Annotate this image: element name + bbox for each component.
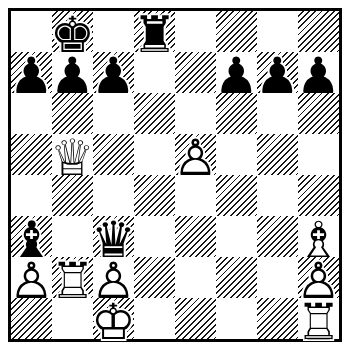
square-e4[interactable] (175, 175, 216, 216)
square-g2[interactable] (257, 257, 298, 298)
square-h1[interactable]: ♜♖ (298, 298, 339, 339)
square-a6[interactable] (11, 93, 52, 134)
square-a7[interactable]: ♟ (11, 52, 52, 93)
square-h5[interactable] (298, 134, 339, 175)
square-e6[interactable] (175, 93, 216, 134)
piece-fill-glyph: ♚ (91, 293, 136, 350)
white-rook-icon: ♜♖ (296, 297, 341, 347)
square-g5[interactable] (257, 134, 298, 175)
square-e8[interactable] (175, 11, 216, 52)
square-b3[interactable] (52, 216, 93, 257)
square-a1[interactable] (11, 298, 52, 339)
square-c2[interactable]: ♟♙ (93, 257, 134, 298)
square-c6[interactable] (93, 93, 134, 134)
square-e1[interactable] (175, 298, 216, 339)
square-c5[interactable] (93, 134, 134, 175)
square-c8[interactable] (93, 11, 134, 52)
chess-diagram: ♚♜♟♟♟♟♟♟♛♕♟♙♝♛♝♗♟♙♜♖♟♙♟♙♚♔♜♖ (0, 0, 350, 350)
chess-board: ♚♜♟♟♟♟♟♟♛♕♟♙♝♛♝♗♟♙♜♖♟♙♟♙♚♔♜♖ (8, 8, 342, 342)
square-d3[interactable] (134, 216, 175, 257)
square-b6[interactable] (52, 93, 93, 134)
square-h2[interactable]: ♟♙ (298, 257, 339, 298)
square-c7[interactable]: ♟ (93, 52, 134, 93)
square-d4[interactable] (134, 175, 175, 216)
square-c3[interactable]: ♛ (93, 216, 134, 257)
square-d8[interactable]: ♜ (134, 11, 175, 52)
square-g4[interactable] (257, 175, 298, 216)
square-d1[interactable] (134, 298, 175, 339)
square-b8[interactable]: ♚ (52, 11, 93, 52)
piece-fill-glyph: ♜ (296, 293, 341, 350)
square-f8[interactable] (216, 11, 257, 52)
square-h6[interactable] (298, 93, 339, 134)
square-f4[interactable] (216, 175, 257, 216)
piece-outline-glyph: ♖ (296, 297, 341, 347)
white-king-icon: ♚♔ (91, 297, 136, 347)
square-e2[interactable] (175, 257, 216, 298)
square-f2[interactable] (216, 257, 257, 298)
square-d6[interactable] (134, 93, 175, 134)
square-d5[interactable] (134, 134, 175, 175)
square-g7[interactable]: ♟ (257, 52, 298, 93)
square-f6[interactable] (216, 93, 257, 134)
square-e5[interactable]: ♟♙ (175, 134, 216, 175)
square-f7[interactable]: ♟ (216, 52, 257, 93)
square-e3[interactable] (175, 216, 216, 257)
square-d2[interactable] (134, 257, 175, 298)
square-b2[interactable]: ♜♖ (52, 257, 93, 298)
square-h4[interactable] (298, 175, 339, 216)
square-e7[interactable] (175, 52, 216, 93)
square-b7[interactable]: ♟ (52, 52, 93, 93)
square-h3[interactable]: ♝♗ (298, 216, 339, 257)
square-b1[interactable] (52, 298, 93, 339)
square-a2[interactable]: ♟♙ (11, 257, 52, 298)
square-h8[interactable] (298, 11, 339, 52)
square-c1[interactable]: ♚♔ (93, 298, 134, 339)
square-f3[interactable] (216, 216, 257, 257)
square-g8[interactable] (257, 11, 298, 52)
square-a3[interactable]: ♝ (11, 216, 52, 257)
square-g6[interactable] (257, 93, 298, 134)
square-g1[interactable] (257, 298, 298, 339)
square-a4[interactable] (11, 175, 52, 216)
square-f5[interactable] (216, 134, 257, 175)
square-a5[interactable] (11, 134, 52, 175)
square-h7[interactable]: ♟ (298, 52, 339, 93)
square-f1[interactable] (216, 298, 257, 339)
square-g3[interactable] (257, 216, 298, 257)
piece-outline-glyph: ♔ (91, 297, 136, 347)
square-c4[interactable] (93, 175, 134, 216)
square-b4[interactable] (52, 175, 93, 216)
square-a8[interactable] (11, 11, 52, 52)
square-b5[interactable]: ♛♕ (52, 134, 93, 175)
square-d7[interactable] (134, 52, 175, 93)
